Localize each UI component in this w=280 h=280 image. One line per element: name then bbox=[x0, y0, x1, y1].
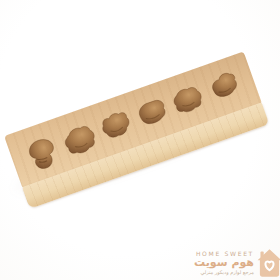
watermark: HOME SWEET هوم سويت مرجع لوازم وديكور من… bbox=[194, 248, 279, 278]
mancala-board bbox=[4, 51, 270, 210]
brand-tagline: مرجع لوازم وديكور منزلي bbox=[201, 270, 254, 276]
pit-6-bird[interactable] bbox=[201, 63, 248, 110]
house-heart-icon bbox=[257, 248, 280, 278]
watermark-text: HOME SWEET هوم سويت مرجع لوازم وديكور من… bbox=[194, 250, 254, 276]
product-photo-frame: HOME SWEET هوم سويت مرجع لوازم وديكور من… bbox=[0, 0, 280, 280]
